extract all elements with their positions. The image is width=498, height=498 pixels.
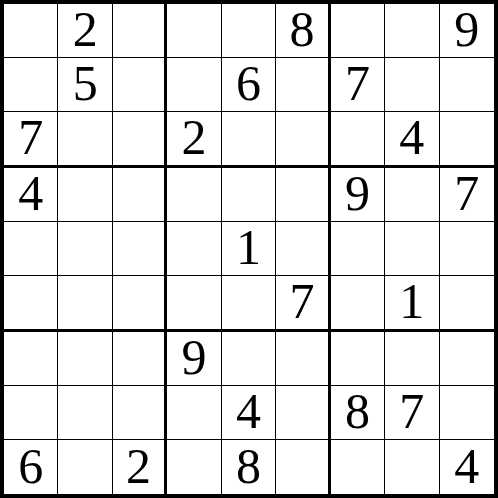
given-digit: 4 — [399, 112, 424, 165]
cell-r8c5[interactable]: 4 — [222, 386, 276, 440]
cell-r1c8[interactable] — [385, 4, 439, 58]
cell-r6c2[interactable] — [58, 276, 112, 332]
cell-r5c6[interactable] — [276, 222, 330, 276]
given-digit: 5 — [73, 58, 98, 111]
cell-r6c1[interactable] — [4, 276, 58, 332]
given-digit: 7 — [454, 168, 479, 221]
given-digit: 9 — [345, 168, 370, 221]
cell-r2c4[interactable] — [167, 58, 221, 112]
cell-r8c8[interactable]: 7 — [385, 386, 439, 440]
cell-r9c2[interactable] — [58, 440, 112, 494]
cell-r1c9[interactable]: 9 — [440, 4, 494, 58]
cell-r9c8[interactable] — [385, 440, 439, 494]
given-digit: 7 — [18, 112, 43, 165]
cell-r2c3[interactable] — [113, 58, 167, 112]
cell-r4c1[interactable]: 4 — [4, 168, 58, 222]
given-digit: 2 — [126, 441, 151, 494]
cell-r8c7[interactable]: 8 — [331, 386, 385, 440]
cell-r8c4[interactable] — [167, 386, 221, 440]
cell-r7c2[interactable] — [58, 332, 112, 386]
cell-r3c1[interactable]: 7 — [4, 112, 58, 168]
cell-r7c1[interactable] — [4, 332, 58, 386]
cell-r9c5[interactable]: 8 — [222, 440, 276, 494]
cell-r6c9[interactable] — [440, 276, 494, 332]
cell-r6c6[interactable]: 7 — [276, 276, 330, 332]
cell-r6c5[interactable] — [222, 276, 276, 332]
cell-r2c9[interactable] — [440, 58, 494, 112]
cell-r4c2[interactable] — [58, 168, 112, 222]
given-digit: 9 — [182, 332, 207, 385]
cell-r3c3[interactable] — [113, 112, 167, 168]
cell-r4c6[interactable] — [276, 168, 330, 222]
cell-r6c4[interactable] — [167, 276, 221, 332]
given-digit: 8 — [236, 441, 261, 494]
given-digit: 7 — [289, 276, 314, 329]
cell-r1c7[interactable] — [331, 4, 385, 58]
cell-r8c9[interactable] — [440, 386, 494, 440]
cell-r1c6[interactable]: 8 — [276, 4, 330, 58]
given-digit: 2 — [182, 112, 207, 165]
cell-r7c8[interactable] — [385, 332, 439, 386]
cell-r4c7[interactable]: 9 — [331, 168, 385, 222]
cell-r2c8[interactable] — [385, 58, 439, 112]
cell-r5c5[interactable]: 1 — [222, 222, 276, 276]
cell-r1c1[interactable] — [4, 4, 58, 58]
cell-r3c5[interactable] — [222, 112, 276, 168]
cell-r3c7[interactable] — [331, 112, 385, 168]
cell-r7c6[interactable] — [276, 332, 330, 386]
cell-r1c2[interactable]: 2 — [58, 4, 112, 58]
cell-r9c1[interactable]: 6 — [4, 440, 58, 494]
cell-r7c4[interactable]: 9 — [167, 332, 221, 386]
cell-r6c3[interactable] — [113, 276, 167, 332]
cell-r6c7[interactable] — [331, 276, 385, 332]
cell-r4c5[interactable] — [222, 168, 276, 222]
cell-r4c4[interactable] — [167, 168, 221, 222]
cell-r7c3[interactable] — [113, 332, 167, 386]
given-digit: 7 — [399, 386, 424, 439]
cell-r3c8[interactable]: 4 — [385, 112, 439, 168]
given-digit: 4 — [18, 168, 43, 221]
cell-r4c9[interactable]: 7 — [440, 168, 494, 222]
given-digit: 1 — [236, 222, 261, 275]
cell-r3c4[interactable]: 2 — [167, 112, 221, 168]
cell-r7c5[interactable] — [222, 332, 276, 386]
cell-r5c2[interactable] — [58, 222, 112, 276]
cell-r4c8[interactable] — [385, 168, 439, 222]
cell-r5c1[interactable] — [4, 222, 58, 276]
cell-r2c7[interactable]: 7 — [331, 58, 385, 112]
given-digit: 2 — [73, 4, 98, 57]
cell-r5c4[interactable] — [167, 222, 221, 276]
cell-r1c5[interactable] — [222, 4, 276, 58]
cell-r2c6[interactable] — [276, 58, 330, 112]
cell-r7c9[interactable] — [440, 332, 494, 386]
given-digit: 6 — [18, 441, 43, 494]
cell-r8c2[interactable] — [58, 386, 112, 440]
cell-r2c5[interactable]: 6 — [222, 58, 276, 112]
cell-r2c1[interactable] — [4, 58, 58, 112]
cell-r5c8[interactable] — [385, 222, 439, 276]
cell-r1c3[interactable] — [113, 4, 167, 58]
given-digit: 4 — [236, 386, 261, 439]
cell-r6c8[interactable]: 1 — [385, 276, 439, 332]
given-digit: 4 — [454, 441, 479, 494]
given-digit: 8 — [345, 386, 370, 439]
given-digit: 7 — [345, 58, 370, 111]
given-digit: 8 — [289, 4, 314, 57]
given-digit: 9 — [454, 4, 479, 57]
cell-r9c4[interactable] — [167, 440, 221, 494]
cell-r5c9[interactable] — [440, 222, 494, 276]
cell-r5c7[interactable] — [331, 222, 385, 276]
cell-r1c4[interactable] — [167, 4, 221, 58]
given-digit: 6 — [236, 58, 261, 111]
cell-r2c2[interactable]: 5 — [58, 58, 112, 112]
sudoku-board: 28956772449717194876284 — [0, 0, 498, 498]
cell-r5c3[interactable] — [113, 222, 167, 276]
cell-r3c2[interactable] — [58, 112, 112, 168]
cell-r3c9[interactable] — [440, 112, 494, 168]
cell-r9c3[interactable]: 2 — [113, 440, 167, 494]
cell-r9c9[interactable]: 4 — [440, 440, 494, 494]
given-digit: 1 — [399, 276, 424, 329]
cell-r8c6[interactable] — [276, 386, 330, 440]
cell-r4c3[interactable] — [113, 168, 167, 222]
cell-r7c7[interactable] — [331, 332, 385, 386]
cell-r8c1[interactable] — [4, 386, 58, 440]
cell-r9c6[interactable] — [276, 440, 330, 494]
cell-r9c7[interactable] — [331, 440, 385, 494]
cell-r3c6[interactable] — [276, 112, 330, 168]
cell-r8c3[interactable] — [113, 386, 167, 440]
